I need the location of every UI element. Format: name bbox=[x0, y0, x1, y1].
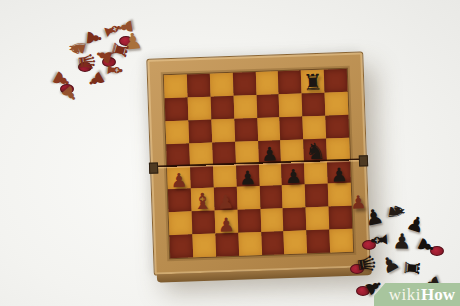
square-d5 bbox=[235, 141, 259, 165]
square-d6 bbox=[234, 118, 258, 142]
square-e1 bbox=[261, 231, 285, 255]
wikihow-how-text: How bbox=[421, 285, 455, 305]
piece-red-pawn-c3: ♟ bbox=[217, 192, 235, 212]
captured-black-queen: ♛ bbox=[353, 252, 379, 276]
square-d2 bbox=[237, 209, 261, 233]
piece-red-pawn-c2: ♟ bbox=[217, 215, 235, 235]
square-g1 bbox=[307, 230, 331, 254]
square-g6 bbox=[303, 115, 327, 139]
wikihow-watermark: wikiHow bbox=[374, 283, 460, 306]
square-e3 bbox=[259, 186, 283, 210]
square-b8 bbox=[187, 74, 211, 98]
square-a3 bbox=[168, 189, 192, 213]
piece-black-pawn-h4: ♟ bbox=[330, 165, 348, 185]
square-g4 bbox=[304, 161, 328, 185]
square-c1 bbox=[215, 233, 239, 257]
piece-red-bishop-b3: ♝ bbox=[192, 190, 212, 213]
captured-black-bishop: ♝ bbox=[368, 229, 392, 251]
square-f5 bbox=[281, 139, 305, 163]
square-h3 bbox=[328, 183, 352, 207]
square-f3 bbox=[282, 185, 306, 209]
square-f1 bbox=[284, 230, 308, 254]
square-a8 bbox=[164, 74, 188, 98]
square-e8 bbox=[255, 71, 279, 95]
square-f2 bbox=[283, 208, 307, 232]
square-b6 bbox=[188, 119, 212, 143]
piece-black-pawn-f4: ♟ bbox=[284, 167, 302, 187]
piece-black-pawn-d4: ♟ bbox=[239, 168, 257, 188]
captured-black-knight: ♞ bbox=[384, 201, 408, 223]
square-c4 bbox=[213, 164, 237, 188]
square-g3 bbox=[305, 184, 329, 208]
wikihow-wiki-text: wiki bbox=[389, 285, 421, 305]
square-f8 bbox=[278, 70, 302, 94]
square-h2 bbox=[329, 206, 353, 230]
square-h8 bbox=[324, 69, 348, 93]
hinge-mark-right bbox=[359, 155, 368, 166]
square-g2 bbox=[306, 207, 330, 231]
square-h1 bbox=[329, 229, 353, 253]
hinge-mark-left bbox=[149, 163, 158, 174]
chessboard: ♜♞♟♟♟♟♟♝♟♟♟ bbox=[146, 51, 370, 275]
square-d3 bbox=[236, 186, 260, 210]
square-g7 bbox=[302, 93, 326, 117]
square-c5 bbox=[212, 141, 236, 165]
square-b2 bbox=[192, 211, 216, 235]
captured-black-rook: ♜ bbox=[401, 258, 422, 278]
square-c7 bbox=[210, 96, 234, 120]
captured-black-pawn: ♟ bbox=[363, 206, 386, 230]
square-e7 bbox=[256, 94, 280, 118]
square-b5 bbox=[189, 142, 213, 166]
square-h6 bbox=[325, 115, 349, 139]
square-f6 bbox=[280, 116, 304, 140]
square-d7 bbox=[233, 95, 257, 119]
square-h5 bbox=[326, 137, 350, 161]
square-e2 bbox=[260, 208, 284, 232]
captured-red-bishop: ♝ bbox=[104, 60, 125, 80]
square-c8 bbox=[210, 73, 234, 97]
square-c6 bbox=[211, 119, 235, 143]
square-d1 bbox=[238, 232, 262, 256]
square-a5 bbox=[166, 143, 190, 167]
piece-black-rook-g8: ♜ bbox=[303, 72, 323, 95]
square-a1 bbox=[169, 234, 193, 258]
square-a6 bbox=[165, 120, 189, 144]
square-d8 bbox=[232, 72, 256, 96]
square-a7 bbox=[165, 97, 189, 121]
square-b1 bbox=[192, 234, 216, 258]
piece-red-pawn-a4: ♟ bbox=[170, 171, 188, 191]
photo-scene: ♜♞♟♟♟♟♟♝♟♟♟ ♟♟♞♟♝♟♛♟♜♟♟♝ ♟♞♟♝♟♟♛♟♜♟♟ wik… bbox=[0, 0, 460, 306]
square-b7 bbox=[188, 97, 212, 121]
square-b4 bbox=[190, 165, 214, 189]
square-e4 bbox=[259, 163, 283, 187]
captured-black-pawn: ♟ bbox=[414, 234, 438, 257]
piece-black-pawn-e5: ♟ bbox=[261, 145, 279, 165]
captured-black-pawn: ♟ bbox=[392, 231, 412, 253]
square-e6 bbox=[257, 117, 281, 141]
square-f7 bbox=[279, 93, 303, 117]
square-h7 bbox=[325, 92, 349, 116]
square-a2 bbox=[169, 212, 193, 236]
piece-black-knight-g5: ♞ bbox=[305, 140, 326, 164]
captured-red-pawn: ♟ bbox=[116, 17, 137, 36]
